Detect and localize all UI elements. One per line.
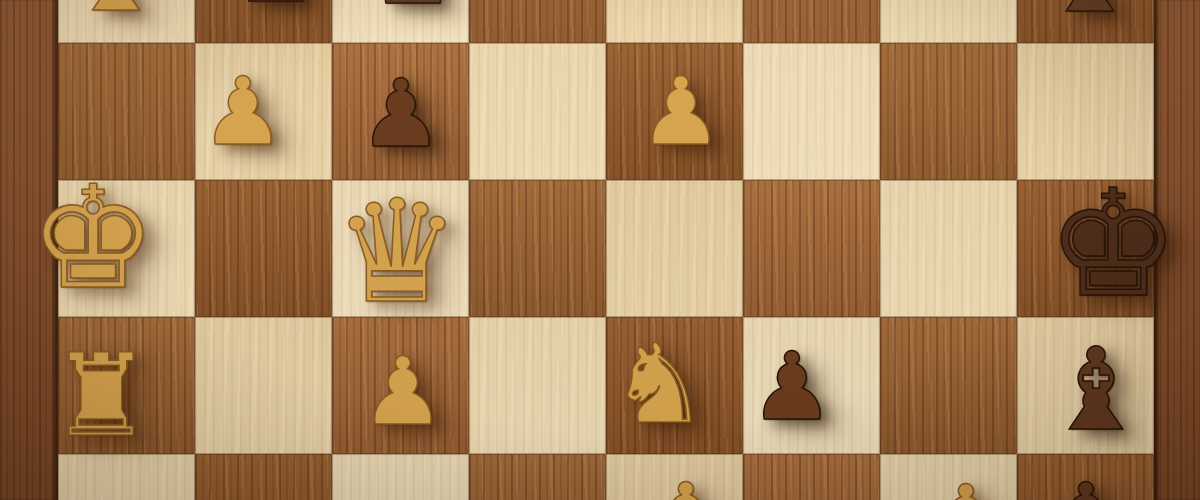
square-g5 xyxy=(880,317,1017,454)
black-pawn-c8: ♟ xyxy=(372,0,454,18)
white-pawn-g4: ♟ xyxy=(924,473,1008,500)
square-d4 xyxy=(469,454,606,500)
white-knight-e5: ♞ xyxy=(610,329,709,439)
square-e6 xyxy=(606,180,743,317)
white-pawn-c5: ♟ xyxy=(361,345,445,439)
black-pawn-b8: ♟ xyxy=(235,0,317,16)
black-pawn-f5: ♟ xyxy=(750,340,834,434)
white-rook-a5: ♜ xyxy=(50,339,152,453)
white-pawn-e4: ♟ xyxy=(644,471,728,500)
white-pawn-b7: ♟ xyxy=(201,65,285,159)
square-g8 xyxy=(880,0,1017,43)
square-d6 xyxy=(469,180,606,317)
square-b4 xyxy=(195,454,332,500)
white-pawn-e7: ♟ xyxy=(639,65,723,159)
black-pawn-h4: ♟ xyxy=(1044,471,1128,500)
square-d5 xyxy=(469,317,606,454)
square-c4 xyxy=(332,454,469,500)
white-bishop-a8: ♝ xyxy=(71,0,161,26)
black-king-h6: ♚ xyxy=(1047,170,1180,318)
square-f7 xyxy=(743,43,880,180)
square-d8 xyxy=(469,0,606,43)
square-f8 xyxy=(743,0,880,43)
white-queen-c6: ♛ xyxy=(333,181,460,323)
square-g7 xyxy=(880,43,1017,180)
square-e8 xyxy=(606,0,743,43)
square-b6 xyxy=(195,180,332,317)
square-f4 xyxy=(743,454,880,500)
square-b5 xyxy=(195,317,332,454)
square-g6 xyxy=(880,180,1017,317)
square-d7 xyxy=(469,43,606,180)
chessboard-photo: ♝♟♟♝♟♟♟♚♛♚♜♟♞♟♝♟♟♟ xyxy=(0,0,1200,500)
white-king-a6: ♚ xyxy=(29,167,156,309)
black-bishop-h8: ♝ xyxy=(1044,0,1135,27)
black-pawn-c7: ♟ xyxy=(359,67,443,161)
black-bishop-h5: ♝ xyxy=(1045,333,1147,447)
square-f6 xyxy=(743,180,880,317)
